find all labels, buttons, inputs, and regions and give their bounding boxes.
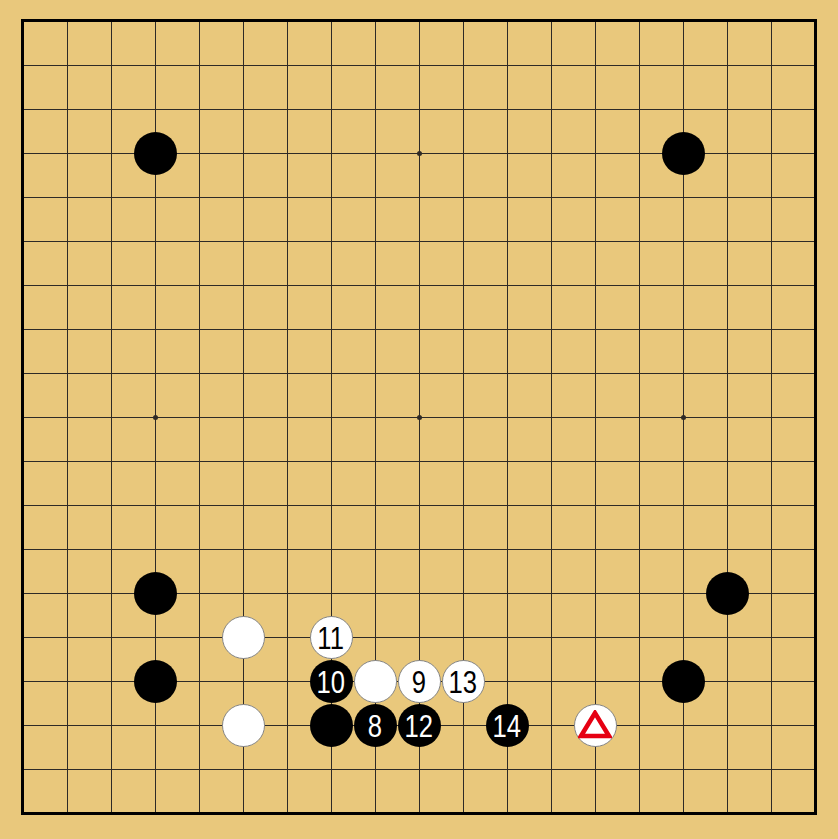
stone-black[interactable] bbox=[661, 131, 705, 175]
white-stone: 13 bbox=[442, 660, 485, 703]
stone-number: 10 bbox=[317, 665, 345, 698]
black-stone bbox=[134, 660, 177, 703]
white-stone: 9 bbox=[398, 660, 441, 703]
black-stone bbox=[310, 704, 353, 747]
stone-number: 9 bbox=[412, 665, 426, 698]
black-stone bbox=[662, 660, 705, 703]
stone-white-triangle[interactable] bbox=[573, 703, 617, 747]
white-stone bbox=[574, 704, 617, 747]
stone-white-13[interactable]: 13 bbox=[441, 659, 485, 703]
black-stone bbox=[134, 132, 177, 175]
stone-black-12[interactable]: 12 bbox=[397, 703, 441, 747]
stone-number: 8 bbox=[368, 709, 382, 742]
black-stone bbox=[134, 572, 177, 615]
star-point bbox=[417, 415, 422, 420]
star-point bbox=[681, 415, 686, 420]
stone-black[interactable] bbox=[133, 571, 177, 615]
stone-black[interactable] bbox=[133, 659, 177, 703]
black-stone bbox=[706, 572, 749, 615]
stone-black[interactable] bbox=[133, 131, 177, 175]
stone-black-8[interactable]: 8 bbox=[353, 703, 397, 747]
black-stone bbox=[662, 132, 705, 175]
white-stone bbox=[222, 704, 265, 747]
go-diagram: 891011121314 bbox=[0, 0, 838, 839]
stone-black-10[interactable]: 10 bbox=[309, 659, 353, 703]
white-stone bbox=[222, 616, 265, 659]
star-point bbox=[417, 151, 422, 156]
black-stone: 12 bbox=[398, 704, 441, 747]
board-points: 891011121314 bbox=[1, 0, 837, 835]
stone-white[interactable] bbox=[221, 703, 265, 747]
stone-black-14[interactable]: 14 bbox=[485, 703, 529, 747]
black-stone: 8 bbox=[354, 704, 397, 747]
stone-black[interactable] bbox=[661, 659, 705, 703]
stone-number: 14 bbox=[493, 709, 521, 742]
stone-number: 11 bbox=[318, 621, 345, 654]
board-grid[interactable]: 891011121314 bbox=[23, 21, 815, 813]
stone-black[interactable] bbox=[705, 571, 749, 615]
stone-white-11[interactable]: 11 bbox=[309, 615, 353, 659]
white-stone bbox=[354, 660, 397, 703]
stone-white[interactable] bbox=[353, 659, 397, 703]
white-stone: 11 bbox=[310, 616, 353, 659]
stone-white[interactable] bbox=[221, 615, 265, 659]
stone-black[interactable] bbox=[309, 703, 353, 747]
black-stone: 14 bbox=[486, 704, 529, 747]
star-point bbox=[153, 415, 158, 420]
stone-number: 12 bbox=[405, 709, 433, 742]
stone-number: 13 bbox=[449, 665, 477, 698]
black-stone: 10 bbox=[310, 660, 353, 703]
stone-white-9[interactable]: 9 bbox=[397, 659, 441, 703]
triangle-marker-icon bbox=[578, 710, 612, 740]
